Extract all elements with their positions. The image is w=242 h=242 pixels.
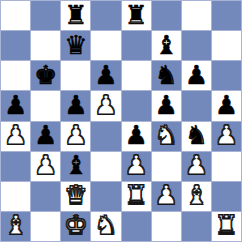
piece-black-pawn: ♟ <box>4 92 27 118</box>
square-f6[interactable]: ♞ <box>152 61 181 90</box>
square-f2[interactable]: ♟ <box>152 182 181 211</box>
square-g4[interactable]: ♞ <box>182 122 211 151</box>
piece-white-pawn: ♟ <box>4 122 27 148</box>
piece-black-pawn: ♟ <box>155 92 178 118</box>
piece-black-knight: ♞ <box>155 62 178 88</box>
piece-black-knight: ♞ <box>185 122 208 148</box>
piece-white-queen: ♛ <box>64 182 87 208</box>
piece-black-pawn: ♟ <box>215 92 238 118</box>
piece-white-rook: ♜ <box>124 182 147 208</box>
piece-black-rook: ♜ <box>64 2 87 28</box>
piece-white-pawn: ♟ <box>185 152 208 178</box>
square-a7[interactable] <box>1 31 30 60</box>
square-g1[interactable] <box>182 212 211 241</box>
square-e1[interactable] <box>122 212 151 241</box>
square-c3[interactable]: ♝ <box>61 152 90 181</box>
square-h2[interactable] <box>212 182 241 211</box>
piece-white-king: ♚ <box>64 212 87 238</box>
square-f1[interactable] <box>152 212 181 241</box>
piece-black-pawn: ♟ <box>64 92 87 118</box>
square-a8[interactable] <box>1 1 30 30</box>
square-a2[interactable] <box>1 182 30 211</box>
square-a3[interactable] <box>1 152 30 181</box>
square-c2[interactable]: ♛ <box>61 182 90 211</box>
piece-white-pawn: ♟ <box>94 92 117 118</box>
square-h7[interactable] <box>212 31 241 60</box>
piece-white-knight: ♞ <box>94 212 117 238</box>
square-c7[interactable]: ♛ <box>61 31 90 60</box>
piece-black-king: ♚ <box>34 62 57 88</box>
square-c6[interactable] <box>61 61 90 90</box>
square-f7[interactable]: ♝ <box>152 31 181 60</box>
square-f3[interactable] <box>152 152 181 181</box>
square-e5[interactable] <box>122 91 151 120</box>
piece-black-pawn: ♟ <box>94 62 117 88</box>
square-b7[interactable] <box>31 31 60 60</box>
square-c4[interactable]: ♟ <box>61 122 90 151</box>
square-e7[interactable] <box>122 31 151 60</box>
square-f5[interactable]: ♟ <box>152 91 181 120</box>
square-h5[interactable]: ♟ <box>212 91 241 120</box>
square-d6[interactable]: ♟ <box>91 61 120 90</box>
square-b3[interactable]: ♟ <box>31 152 60 181</box>
square-d1[interactable]: ♞ <box>91 212 120 241</box>
piece-black-pawn: ♟ <box>34 122 57 148</box>
piece-black-bishop: ♝ <box>155 32 178 58</box>
square-e6[interactable] <box>122 61 151 90</box>
square-c1[interactable]: ♚ <box>61 212 90 241</box>
piece-black-queen: ♛ <box>64 32 87 58</box>
square-b4[interactable]: ♟ <box>31 122 60 151</box>
square-d5[interactable]: ♟ <box>91 91 120 120</box>
square-a6[interactable] <box>1 61 30 90</box>
square-h8[interactable] <box>212 1 241 30</box>
square-h1[interactable]: ♜ <box>212 212 241 241</box>
square-h6[interactable] <box>212 61 241 90</box>
square-b2[interactable] <box>31 182 60 211</box>
piece-white-bishop: ♝ <box>4 212 27 238</box>
square-h3[interactable] <box>212 152 241 181</box>
square-a1[interactable]: ♝ <box>1 212 30 241</box>
square-b6[interactable]: ♚ <box>31 61 60 90</box>
piece-white-bishop: ♝ <box>185 182 208 208</box>
square-a4[interactable]: ♟ <box>1 122 30 151</box>
piece-white-knight: ♞ <box>155 122 178 148</box>
square-h4[interactable]: ♟ <box>212 122 241 151</box>
square-f8[interactable] <box>152 1 181 30</box>
piece-white-pawn: ♟ <box>215 122 238 148</box>
piece-white-pawn: ♟ <box>34 152 57 178</box>
piece-white-pawn: ♟ <box>124 152 147 178</box>
square-e8[interactable]: ♜ <box>122 1 151 30</box>
square-d8[interactable] <box>91 1 120 30</box>
square-g6[interactable]: ♟ <box>182 61 211 90</box>
square-g5[interactable] <box>182 91 211 120</box>
square-b8[interactable] <box>31 1 60 30</box>
square-g3[interactable]: ♟ <box>182 152 211 181</box>
piece-white-pawn: ♟ <box>155 182 178 208</box>
square-e3[interactable]: ♟ <box>122 152 151 181</box>
piece-black-pawn: ♟ <box>185 62 208 88</box>
square-c8[interactable]: ♜ <box>61 1 90 30</box>
square-d3[interactable] <box>91 152 120 181</box>
square-g7[interactable] <box>182 31 211 60</box>
square-b5[interactable] <box>31 91 60 120</box>
piece-black-rook: ♜ <box>124 2 147 28</box>
square-d4[interactable] <box>91 122 120 151</box>
square-f4[interactable]: ♞ <box>152 122 181 151</box>
square-d7[interactable] <box>91 31 120 60</box>
square-g8[interactable] <box>182 1 211 30</box>
square-d2[interactable] <box>91 182 120 211</box>
square-c5[interactable]: ♟ <box>61 91 90 120</box>
square-a5[interactable]: ♟ <box>1 91 30 120</box>
piece-black-pawn: ♟ <box>124 122 147 148</box>
square-e4[interactable]: ♟ <box>122 122 151 151</box>
square-e2[interactable]: ♜ <box>122 182 151 211</box>
square-b1[interactable] <box>31 212 60 241</box>
piece-white-pawn: ♟ <box>64 122 87 148</box>
square-g2[interactable]: ♝ <box>182 182 211 211</box>
chess-board: ♜♜♛♝♚♟♞♟♟♟♟♟♟♟♟♟♟♞♞♟♟♝♟♟♛♜♟♝♝♚♞♜ <box>0 0 242 242</box>
piece-white-rook: ♜ <box>215 212 238 238</box>
piece-black-bishop: ♝ <box>64 152 87 178</box>
